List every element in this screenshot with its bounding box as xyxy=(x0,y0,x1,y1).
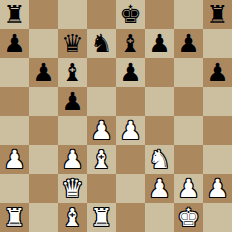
square-c6[interactable]: ♝ xyxy=(58,58,87,87)
square-d6[interactable] xyxy=(87,58,116,87)
square-c4[interactable] xyxy=(58,116,87,145)
piece-white-bishop[interactable]: ♝ xyxy=(90,145,112,174)
piece-black-rook[interactable]: ♜ xyxy=(206,0,228,29)
square-h4[interactable] xyxy=(203,116,232,145)
square-b4[interactable] xyxy=(29,116,58,145)
piece-white-queen[interactable]: ♛ xyxy=(61,174,83,203)
square-a6[interactable] xyxy=(0,58,29,87)
square-f4[interactable] xyxy=(145,116,174,145)
square-c2[interactable]: ♛ xyxy=(58,174,87,203)
square-b8[interactable] xyxy=(29,0,58,29)
square-h7[interactable] xyxy=(203,29,232,58)
piece-black-pawn[interactable]: ♟ xyxy=(148,29,170,58)
square-a3[interactable]: ♟ xyxy=(0,145,29,174)
square-d7[interactable]: ♞ xyxy=(87,29,116,58)
piece-black-king[interactable]: ♚ xyxy=(119,0,141,29)
square-b1[interactable] xyxy=(29,203,58,232)
square-c3[interactable]: ♟ xyxy=(58,145,87,174)
piece-white-king[interactable]: ♚ xyxy=(177,203,199,232)
piece-black-pawn[interactable]: ♟ xyxy=(61,87,83,116)
square-f7[interactable]: ♟ xyxy=(145,29,174,58)
square-c1[interactable]: ♝ xyxy=(58,203,87,232)
piece-black-queen[interactable]: ♛ xyxy=(61,29,83,58)
square-d1[interactable]: ♜ xyxy=(87,203,116,232)
square-a4[interactable] xyxy=(0,116,29,145)
square-e7[interactable]: ♝ xyxy=(116,29,145,58)
piece-black-pawn[interactable]: ♟ xyxy=(177,29,199,58)
piece-white-pawn[interactable]: ♟ xyxy=(90,116,112,145)
square-f2[interactable]: ♟ xyxy=(145,174,174,203)
square-b3[interactable] xyxy=(29,145,58,174)
square-g7[interactable]: ♟ xyxy=(174,29,203,58)
square-c5[interactable]: ♟ xyxy=(58,87,87,116)
square-b6[interactable]: ♟ xyxy=(29,58,58,87)
square-g5[interactable] xyxy=(174,87,203,116)
square-g6[interactable] xyxy=(174,58,203,87)
square-h5[interactable] xyxy=(203,87,232,116)
square-e3[interactable] xyxy=(116,145,145,174)
piece-black-pawn[interactable]: ♟ xyxy=(206,58,228,87)
square-a8[interactable]: ♜ xyxy=(0,0,29,29)
square-g2[interactable]: ♟ xyxy=(174,174,203,203)
square-h6[interactable]: ♟ xyxy=(203,58,232,87)
square-d4[interactable]: ♟ xyxy=(87,116,116,145)
square-d5[interactable] xyxy=(87,87,116,116)
square-c8[interactable] xyxy=(58,0,87,29)
piece-black-bishop[interactable]: ♝ xyxy=(119,29,141,58)
square-g1[interactable]: ♚ xyxy=(174,203,203,232)
piece-white-pawn[interactable]: ♟ xyxy=(148,174,170,203)
square-e1[interactable] xyxy=(116,203,145,232)
piece-black-bishop[interactable]: ♝ xyxy=(61,58,83,87)
square-a7[interactable]: ♟ xyxy=(0,29,29,58)
square-d2[interactable] xyxy=(87,174,116,203)
piece-black-rook[interactable]: ♜ xyxy=(3,0,25,29)
square-d8[interactable] xyxy=(87,0,116,29)
piece-black-pawn[interactable]: ♟ xyxy=(119,58,141,87)
square-h3[interactable] xyxy=(203,145,232,174)
square-h8[interactable]: ♜ xyxy=(203,0,232,29)
chess-board-wrapper: ♜♚♜♟♛♞♝♟♟♟♝♟♟♟♟♟♟♟♝♞♛♟♟♟♜♝♜♚ xyxy=(0,0,232,232)
piece-white-bishop[interactable]: ♝ xyxy=(61,203,83,232)
square-f8[interactable] xyxy=(145,0,174,29)
square-e4[interactable]: ♟ xyxy=(116,116,145,145)
piece-black-pawn[interactable]: ♟ xyxy=(32,58,54,87)
square-a1[interactable]: ♜ xyxy=(0,203,29,232)
chess-board: ♜♚♜♟♛♞♝♟♟♟♝♟♟♟♟♟♟♟♝♞♛♟♟♟♜♝♜♚ xyxy=(0,0,232,232)
piece-black-knight[interactable]: ♞ xyxy=(90,29,112,58)
piece-white-pawn[interactable]: ♟ xyxy=(119,116,141,145)
square-d3[interactable]: ♝ xyxy=(87,145,116,174)
piece-white-knight[interactable]: ♞ xyxy=(148,145,170,174)
piece-white-rook[interactable]: ♜ xyxy=(90,203,112,232)
piece-white-pawn[interactable]: ♟ xyxy=(177,174,199,203)
square-b5[interactable] xyxy=(29,87,58,116)
square-b2[interactable] xyxy=(29,174,58,203)
square-e5[interactable] xyxy=(116,87,145,116)
piece-white-pawn[interactable]: ♟ xyxy=(61,145,83,174)
square-f6[interactable] xyxy=(145,58,174,87)
piece-white-pawn[interactable]: ♟ xyxy=(206,174,228,203)
square-f3[interactable]: ♞ xyxy=(145,145,174,174)
square-h1[interactable] xyxy=(203,203,232,232)
square-g3[interactable] xyxy=(174,145,203,174)
square-a2[interactable] xyxy=(0,174,29,203)
square-g4[interactable] xyxy=(174,116,203,145)
square-e2[interactable] xyxy=(116,174,145,203)
square-e8[interactable]: ♚ xyxy=(116,0,145,29)
square-c7[interactable]: ♛ xyxy=(58,29,87,58)
piece-black-pawn[interactable]: ♟ xyxy=(3,29,25,58)
square-f5[interactable] xyxy=(145,87,174,116)
square-e6[interactable]: ♟ xyxy=(116,58,145,87)
square-f1[interactable] xyxy=(145,203,174,232)
square-b7[interactable] xyxy=(29,29,58,58)
piece-white-rook[interactable]: ♜ xyxy=(3,203,25,232)
square-a5[interactable] xyxy=(0,87,29,116)
square-g8[interactable] xyxy=(174,0,203,29)
square-h2[interactable]: ♟ xyxy=(203,174,232,203)
piece-white-pawn[interactable]: ♟ xyxy=(3,145,25,174)
